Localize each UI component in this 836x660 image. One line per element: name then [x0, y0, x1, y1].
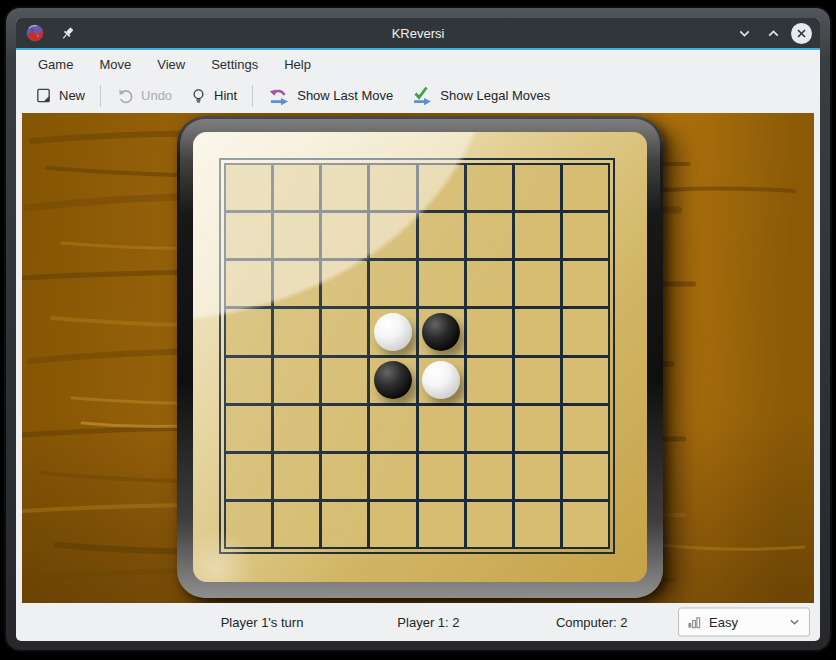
board-cell-b8[interactable]	[274, 502, 319, 547]
board-cell-e2[interactable]	[419, 213, 464, 258]
toolbar-separator	[100, 85, 101, 107]
board-cell-d1[interactable]	[370, 165, 415, 210]
board-cell-e8[interactable]	[419, 502, 464, 547]
board-cell-f3[interactable]	[467, 261, 512, 306]
board-cell-b7[interactable]	[274, 454, 319, 499]
hint-button[interactable]: Hint	[181, 82, 246, 110]
menu-move[interactable]: Move	[87, 53, 143, 76]
board-cell-f8[interactable]	[467, 502, 512, 547]
board-cell-d3[interactable]	[370, 261, 415, 306]
board-cell-e6[interactable]	[419, 406, 464, 451]
board-cell-c3[interactable]	[322, 261, 367, 306]
board-cell-d6[interactable]	[370, 406, 415, 451]
legal-moves-check-icon	[411, 86, 433, 106]
board-cell-g1[interactable]	[515, 165, 560, 210]
menu-view[interactable]: View	[145, 53, 197, 76]
board-cell-b3[interactable]	[274, 261, 319, 306]
board-cell-g4[interactable]	[515, 309, 560, 354]
board-cell-e3[interactable]	[419, 261, 464, 306]
chevron-down-icon	[737, 26, 752, 41]
game-view	[16, 113, 820, 603]
board-cell-g7[interactable]	[515, 454, 560, 499]
black-disc	[374, 361, 412, 399]
board-cell-e7[interactable]	[419, 454, 464, 499]
last-move-arrow-icon	[268, 86, 290, 106]
titlebar: KReversi	[16, 18, 820, 48]
reversi-board	[177, 116, 663, 598]
board-cell-b6[interactable]	[274, 406, 319, 451]
hint-label: Hint	[214, 88, 237, 103]
board-cell-e5[interactable]	[419, 358, 464, 403]
board-cell-d2[interactable]	[370, 213, 415, 258]
new-document-icon	[35, 87, 52, 104]
black-disc	[422, 313, 460, 351]
board-cell-g3[interactable]	[515, 261, 560, 306]
app-menu-button[interactable]	[24, 22, 46, 44]
close-icon	[796, 28, 807, 39]
minimize-button[interactable]	[733, 22, 755, 44]
board-cell-f2[interactable]	[467, 213, 512, 258]
board-cell-b2[interactable]	[274, 213, 319, 258]
board-cell-c6[interactable]	[322, 406, 367, 451]
board-cell-a3[interactable]	[226, 261, 271, 306]
dropdown-chevron-icon	[788, 616, 801, 629]
board-cell-e1[interactable]	[419, 165, 464, 210]
board-grid	[224, 163, 610, 549]
board-cell-a8[interactable]	[226, 502, 271, 547]
undo-label: Undo	[141, 88, 172, 103]
turn-indicator: Player 1's turn	[221, 615, 304, 630]
board-cell-d8[interactable]	[370, 502, 415, 547]
board-cell-d5[interactable]	[370, 358, 415, 403]
board-cell-e4[interactable]	[419, 309, 464, 354]
menu-game[interactable]: Game	[26, 53, 85, 76]
board-cell-h3[interactable]	[563, 261, 608, 306]
board-cell-d4[interactable]	[370, 309, 415, 354]
board-cell-g5[interactable]	[515, 358, 560, 403]
board-grid-border	[219, 158, 615, 554]
board-cell-a1[interactable]	[226, 165, 271, 210]
show-last-move-label: Show Last Move	[297, 88, 393, 103]
board-cell-h6[interactable]	[563, 406, 608, 451]
kreversi-yinyang-icon	[26, 24, 44, 42]
board-cell-h5[interactable]	[563, 358, 608, 403]
chevron-up-icon	[766, 26, 781, 41]
new-game-button[interactable]: New	[26, 82, 94, 109]
board-cell-g8[interactable]	[515, 502, 560, 547]
pin-icon[interactable]	[56, 22, 78, 44]
board-cell-a4[interactable]	[226, 309, 271, 354]
close-button[interactable]	[791, 23, 812, 44]
board-cell-h2[interactable]	[563, 213, 608, 258]
board-cell-b4[interactable]	[274, 309, 319, 354]
board-cell-c1[interactable]	[322, 165, 367, 210]
white-disc	[374, 313, 412, 351]
board-cell-h7[interactable]	[563, 454, 608, 499]
difficulty-value: Easy	[709, 615, 781, 630]
board-cell-a7[interactable]	[226, 454, 271, 499]
board-cell-b1[interactable]	[274, 165, 319, 210]
wood-table-background	[22, 113, 814, 603]
statusbar: Player 1's turn Player 1: 2 Computer: 2 …	[16, 603, 820, 641]
board-cell-c4[interactable]	[322, 309, 367, 354]
board-cell-a2[interactable]	[226, 213, 271, 258]
board-cell-f1[interactable]	[467, 165, 512, 210]
toolbar-separator	[252, 85, 253, 107]
board-cell-a6[interactable]	[226, 406, 271, 451]
menu-settings[interactable]: Settings	[199, 53, 270, 76]
board-cell-f7[interactable]	[467, 454, 512, 499]
window-title: KReversi	[16, 26, 820, 41]
lightbulb-icon	[190, 87, 207, 105]
show-last-move-button[interactable]: Show Last Move	[259, 81, 402, 111]
board-cell-c8[interactable]	[322, 502, 367, 547]
board-cell-a5[interactable]	[226, 358, 271, 403]
kreversi-window: KReversi	[6, 8, 830, 650]
board-cell-b5[interactable]	[274, 358, 319, 403]
maximize-button[interactable]	[762, 22, 784, 44]
menu-help[interactable]: Help	[272, 53, 323, 76]
board-cell-h1[interactable]	[563, 165, 608, 210]
board-cell-c7[interactable]	[322, 454, 367, 499]
board-cell-c2[interactable]	[322, 213, 367, 258]
player1-score: Player 1: 2	[397, 615, 459, 630]
difficulty-bars-icon	[687, 615, 702, 630]
difficulty-dropdown[interactable]: Easy	[678, 608, 810, 637]
toolbar: New Undo Hint	[16, 78, 820, 113]
menubar: Game Move View Settings Help	[16, 50, 820, 78]
undo-button[interactable]: Undo	[107, 82, 181, 110]
board-cell-c5[interactable]	[322, 358, 367, 403]
board-cell-h8[interactable]	[563, 502, 608, 547]
new-label: New	[59, 88, 85, 103]
show-legal-moves-button[interactable]: Show Legal Moves	[402, 81, 559, 111]
board-cell-g6[interactable]	[515, 406, 560, 451]
board-cell-d7[interactable]	[370, 454, 415, 499]
show-legal-moves-label: Show Legal Moves	[440, 88, 550, 103]
undo-arrow-icon	[116, 87, 134, 105]
board-cell-f6[interactable]	[467, 406, 512, 451]
board-cell-g2[interactable]	[515, 213, 560, 258]
computer-score: Computer: 2	[556, 615, 628, 630]
board-cell-h4[interactable]	[563, 309, 608, 354]
white-disc	[422, 361, 460, 399]
board-cell-f5[interactable]	[467, 358, 512, 403]
board-cell-f4[interactable]	[467, 309, 512, 354]
